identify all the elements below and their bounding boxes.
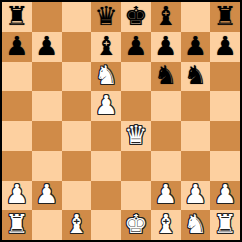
square-d8[interactable]: ♛	[91, 2, 121, 32]
white-rook-icon: ♜	[213, 211, 236, 237]
square-g7[interactable]: ♟	[181, 32, 211, 62]
black-knight-icon: ♞	[154, 62, 177, 88]
square-b5[interactable]	[32, 91, 62, 121]
square-b3[interactable]	[32, 151, 62, 181]
square-h8[interactable]: ♜	[210, 2, 240, 32]
square-e7[interactable]: ♟	[121, 32, 151, 62]
square-b7[interactable]: ♟	[32, 32, 62, 62]
black-rook-icon: ♜	[5, 3, 28, 29]
square-h2[interactable]: ♟	[210, 181, 240, 211]
square-a2[interactable]: ♟	[2, 181, 32, 211]
square-h6[interactable]	[210, 62, 240, 92]
square-f3[interactable]	[151, 151, 181, 181]
square-c1[interactable]: ♝	[62, 210, 92, 240]
square-g8[interactable]	[181, 2, 211, 32]
square-g3[interactable]	[181, 151, 211, 181]
white-rook-icon: ♜	[5, 211, 28, 237]
square-e5[interactable]	[121, 91, 151, 121]
square-g6[interactable]: ♞	[181, 62, 211, 92]
black-knight-icon: ♞	[184, 62, 207, 88]
square-h4[interactable]	[210, 121, 240, 151]
square-c3[interactable]	[62, 151, 92, 181]
square-h5[interactable]	[210, 91, 240, 121]
square-d1[interactable]	[91, 210, 121, 240]
square-e6[interactable]	[121, 62, 151, 92]
square-a1[interactable]: ♜	[2, 210, 32, 240]
square-e1[interactable]: ♚	[121, 210, 151, 240]
white-knight-icon: ♞	[94, 62, 117, 88]
square-g5[interactable]	[181, 91, 211, 121]
square-a5[interactable]	[2, 91, 32, 121]
white-pawn-icon: ♟	[5, 181, 28, 207]
black-pawn-icon: ♟	[5, 33, 28, 59]
black-pawn-icon: ♟	[124, 33, 147, 59]
square-e3[interactable]	[121, 151, 151, 181]
square-g1[interactable]: ♞	[181, 210, 211, 240]
square-f8[interactable]: ♝	[151, 2, 181, 32]
square-c7[interactable]	[62, 32, 92, 62]
black-bishop-icon: ♝	[154, 3, 177, 29]
square-c2[interactable]	[62, 181, 92, 211]
square-e4[interactable]: ♛	[121, 121, 151, 151]
square-g2[interactable]: ♟	[181, 181, 211, 211]
square-b1[interactable]	[32, 210, 62, 240]
white-pawn-icon: ♟	[35, 181, 58, 207]
square-d4[interactable]	[91, 121, 121, 151]
white-pawn-icon: ♟	[184, 181, 207, 207]
black-pawn-icon: ♟	[213, 33, 236, 59]
square-a8[interactable]: ♜	[2, 2, 32, 32]
square-h3[interactable]	[210, 151, 240, 181]
square-a3[interactable]	[2, 151, 32, 181]
square-d2[interactable]	[91, 181, 121, 211]
square-b8[interactable]	[32, 2, 62, 32]
white-bishop-icon: ♝	[154, 211, 177, 237]
white-pawn-icon: ♟	[154, 181, 177, 207]
square-f4[interactable]	[151, 121, 181, 151]
square-b4[interactable]	[32, 121, 62, 151]
black-queen-icon: ♛	[94, 3, 117, 29]
square-a6[interactable]	[2, 62, 32, 92]
square-e2[interactable]	[121, 181, 151, 211]
square-d3[interactable]	[91, 151, 121, 181]
black-bishop-icon: ♝	[94, 33, 117, 59]
white-knight-icon: ♞	[184, 211, 207, 237]
chess-board-frame: ♜♛♚♝♜♟♟♝♟♟♟♟♞♞♞♟♛♟♟♟♟♟♜♝♚♝♞♜	[0, 0, 242, 242]
square-c8[interactable]	[62, 2, 92, 32]
square-h1[interactable]: ♜	[210, 210, 240, 240]
white-king-icon: ♚	[124, 211, 147, 237]
square-e8[interactable]: ♚	[121, 2, 151, 32]
white-bishop-icon: ♝	[65, 211, 88, 237]
white-pawn-icon: ♟	[213, 181, 236, 207]
square-c4[interactable]	[62, 121, 92, 151]
black-pawn-icon: ♟	[154, 33, 177, 59]
chess-board: ♜♛♚♝♜♟♟♝♟♟♟♟♞♞♞♟♛♟♟♟♟♟♜♝♚♝♞♜	[2, 2, 240, 240]
black-pawn-icon: ♟	[184, 33, 207, 59]
square-g4[interactable]	[181, 121, 211, 151]
square-d5[interactable]: ♟	[91, 91, 121, 121]
square-f1[interactable]: ♝	[151, 210, 181, 240]
square-d7[interactable]: ♝	[91, 32, 121, 62]
white-queen-icon: ♛	[124, 122, 147, 148]
square-h7[interactable]: ♟	[210, 32, 240, 62]
black-pawn-icon: ♟	[35, 33, 58, 59]
square-d6[interactable]: ♞	[91, 62, 121, 92]
square-b2[interactable]: ♟	[32, 181, 62, 211]
square-f6[interactable]: ♞	[151, 62, 181, 92]
black-king-icon: ♚	[124, 3, 147, 29]
square-f5[interactable]	[151, 91, 181, 121]
black-rook-icon: ♜	[213, 3, 236, 29]
square-c6[interactable]	[62, 62, 92, 92]
square-a4[interactable]	[2, 121, 32, 151]
white-pawn-icon: ♟	[94, 92, 117, 118]
square-c5[interactable]	[62, 91, 92, 121]
square-b6[interactable]	[32, 62, 62, 92]
square-f7[interactable]: ♟	[151, 32, 181, 62]
square-f2[interactable]: ♟	[151, 181, 181, 211]
square-a7[interactable]: ♟	[2, 32, 32, 62]
